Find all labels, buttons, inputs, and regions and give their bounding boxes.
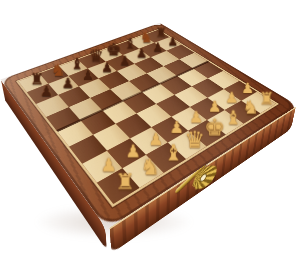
square-b6 [58, 87, 90, 108]
product-photo: ♜♞♝♛♚♝♞♜♟♟♟♟♟♟♟♟♟♟♟♟♟♟♟♟♜♞♝♛♚♝♞♜ rnbqkbn… [0, 0, 300, 255]
white-queen-piece: ♛ [181, 128, 209, 151]
black-pawn-piece: ♟ [56, 76, 79, 90]
scene: ♜♞♝♛♚♝♞♜♟♟♟♟♟♟♟♟♟♟♟♟♟♟♟♟♜♞♝♛♚♝♞♜ [0, 0, 300, 255]
white-pawn-piece: ♟ [142, 130, 170, 147]
white-rook-piece: ♜ [254, 90, 278, 107]
